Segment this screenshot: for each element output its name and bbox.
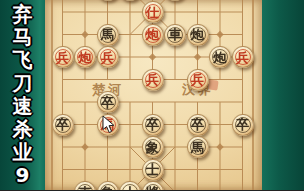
- xiangqi-board[interactable]: 楚河 汉界 相帥仕仕馬炮車炮兵炮兵炮兵兵兵卒卒馬卒卒卒象馬士車象士將: [45, 0, 262, 190]
- piece-character: 卒: [146, 118, 159, 131]
- piece-character: 象: [146, 141, 159, 154]
- piece-character: 兵: [56, 51, 69, 64]
- piece-character: 兵: [236, 51, 249, 64]
- piece-character: 兵: [191, 73, 204, 86]
- piece-black-卒[interactable]: 卒: [97, 91, 119, 113]
- piece-black-卒[interactable]: 卒: [232, 114, 254, 136]
- title-character: 业: [13, 141, 33, 164]
- title-character: 杀: [13, 118, 33, 141]
- piece-character: 炮: [79, 51, 92, 64]
- piece-black-馬[interactable]: 馬: [187, 136, 209, 158]
- piece-red-兵[interactable]: 兵: [142, 69, 164, 91]
- mouse-cursor-icon: [102, 116, 118, 134]
- piece-character: 炮: [191, 28, 204, 41]
- title-character: 刀: [13, 72, 33, 95]
- piece-black-卒[interactable]: 卒: [142, 114, 164, 136]
- piece-red-兵[interactable]: 兵: [52, 46, 74, 68]
- piece-black-士[interactable]: 士: [142, 159, 164, 181]
- piece-black-卒[interactable]: 卒: [187, 114, 209, 136]
- piece-character: 將: [146, 186, 159, 191]
- piece-black-象[interactable]: 象: [142, 136, 164, 158]
- piece-character: 車: [79, 186, 92, 191]
- title-character: 9: [16, 164, 30, 187]
- piece-red-仕[interactable]: 仕: [142, 1, 164, 23]
- piece-character: 卒: [56, 118, 69, 131]
- piece-black-車[interactable]: 車: [164, 24, 186, 46]
- piece-character: 兵: [101, 51, 114, 64]
- piece-character: 炮: [146, 28, 159, 41]
- title-character: 飞: [13, 49, 33, 72]
- piece-character: 卒: [191, 118, 204, 131]
- piece-black-馬[interactable]: 馬: [97, 24, 119, 46]
- screenshot-stage: 弃马飞刀速杀业9 楚河 汉界 相帥仕仕馬炮車炮兵炮兵炮兵兵兵卒卒馬卒卒卒象馬士車…: [0, 0, 304, 190]
- piece-red-兵[interactable]: 兵: [187, 69, 209, 91]
- title-character: 弃: [13, 3, 33, 26]
- piece-character: 炮: [214, 51, 227, 64]
- piece-character: 象: [101, 186, 114, 191]
- piece-black-炮[interactable]: 炮: [187, 24, 209, 46]
- piece-red-兵[interactable]: 兵: [232, 46, 254, 68]
- piece-red-兵[interactable]: 兵: [97, 46, 119, 68]
- piece-character: 馬: [101, 28, 114, 41]
- piece-character: 卒: [101, 96, 114, 109]
- title-character: 速: [13, 95, 33, 118]
- piece-red-炮[interactable]: 炮: [142, 24, 164, 46]
- piece-character: 車: [169, 28, 182, 41]
- video-title-overlay: 弃马飞刀速杀业9: [0, 0, 45, 190]
- piece-character: 兵: [146, 73, 159, 86]
- piece-character: 士: [124, 186, 137, 191]
- piece-black-卒[interactable]: 卒: [52, 114, 74, 136]
- right-green-strip: [262, 0, 304, 190]
- piece-character: 士: [146, 163, 159, 176]
- piece-character: 馬: [191, 141, 204, 154]
- piece-character: 仕: [146, 6, 159, 19]
- title-character: 马: [13, 26, 33, 49]
- piece-black-炮[interactable]: 炮: [209, 46, 231, 68]
- piece-character: 卒: [236, 118, 249, 131]
- piece-red-炮[interactable]: 炮: [74, 46, 96, 68]
